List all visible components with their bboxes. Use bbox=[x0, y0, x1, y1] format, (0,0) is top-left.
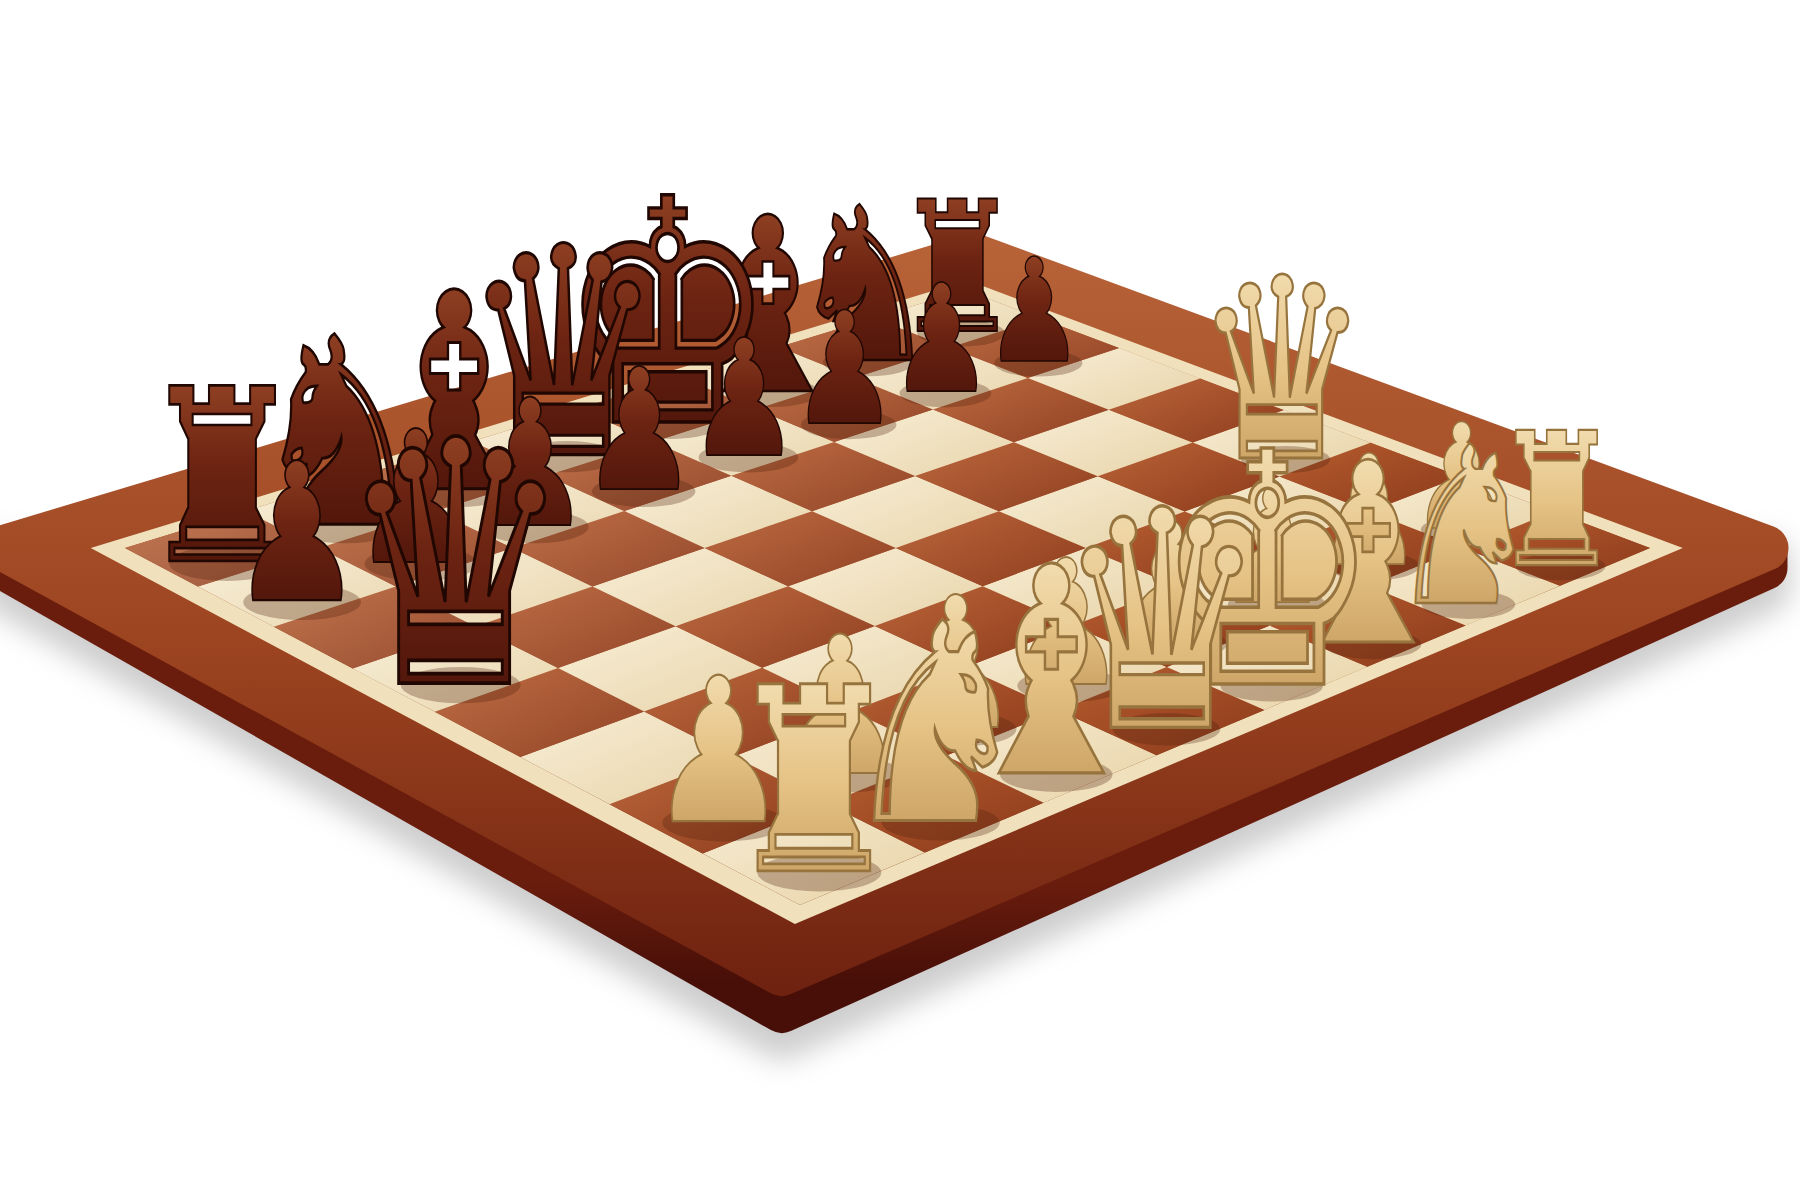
piece-black-pawn-e7: ♟ bbox=[687, 305, 800, 493]
piece-black-pawn-f7: ♟ bbox=[790, 279, 899, 460]
chess-board-3d: ♜♞♟♝♟♚♟♛♟♛♝♟♞♟♟♜♟♟♜♞♟♟♝♟♚♟♛♛♟♝♟♞♟♜ bbox=[0, 0, 1800, 1200]
piece-black-pawn-g7: ♟ bbox=[889, 253, 994, 427]
piece-white-rook-a1: ♜ bbox=[724, 633, 903, 931]
piece-black-pawn-h7: ♟ bbox=[984, 227, 1085, 394]
chess-product-photo: Luxury Staunton chess set on a padauk an… bbox=[0, 0, 1800, 1200]
piece-black-queen-a5: ♛ bbox=[337, 369, 574, 764]
piece-black-pawn-d7: ♟ bbox=[580, 333, 698, 529]
